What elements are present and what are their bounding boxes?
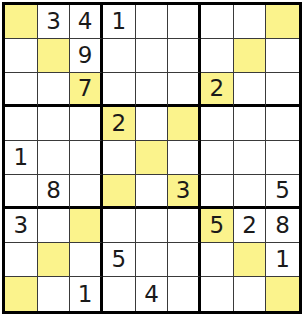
cell-r2c7[interactable] bbox=[201, 39, 234, 73]
cell-r9c7[interactable] bbox=[201, 277, 234, 311]
cell-r2c2[interactable] bbox=[38, 39, 71, 73]
cell-r5c7[interactable] bbox=[201, 141, 234, 175]
cell-r2c1[interactable] bbox=[5, 39, 38, 73]
sudoku-board: 3419722183535285114 bbox=[2, 2, 302, 314]
cell-r3c3-given: 7 bbox=[70, 73, 103, 107]
cell-r6c5[interactable] bbox=[136, 175, 169, 209]
cell-r1c9[interactable] bbox=[266, 5, 299, 39]
cell-r7c2[interactable] bbox=[38, 209, 71, 243]
cell-r6c2-given: 8 bbox=[38, 175, 71, 209]
sudoku-page: 3419722183535285114 bbox=[0, 2, 304, 320]
cell-r5c1-given: 1 bbox=[5, 141, 38, 175]
cell-r2c9[interactable] bbox=[266, 39, 299, 73]
cell-r4c3[interactable] bbox=[70, 107, 103, 141]
cell-r1c4-given: 1 bbox=[103, 5, 136, 39]
cell-r6c6-given: 3 bbox=[168, 175, 201, 209]
cell-r9c3-given: 1 bbox=[70, 277, 103, 311]
cell-r1c7[interactable] bbox=[201, 5, 234, 39]
cell-r4c9[interactable] bbox=[266, 107, 299, 141]
cell-r7c4[interactable] bbox=[103, 209, 136, 243]
cell-r3c5[interactable] bbox=[136, 73, 169, 107]
cell-r3c4[interactable] bbox=[103, 73, 136, 107]
cell-r9c6[interactable] bbox=[168, 277, 201, 311]
cell-r9c9[interactable] bbox=[266, 277, 299, 311]
cell-r6c7[interactable] bbox=[201, 175, 234, 209]
cell-r2c5[interactable] bbox=[136, 39, 169, 73]
cell-r7c1-given: 3 bbox=[5, 209, 38, 243]
cell-r5c2[interactable] bbox=[38, 141, 71, 175]
cell-r5c6[interactable] bbox=[168, 141, 201, 175]
cell-r5c3[interactable] bbox=[70, 141, 103, 175]
cell-r5c4[interactable] bbox=[103, 141, 136, 175]
cell-r1c2-given: 3 bbox=[38, 5, 71, 39]
cell-r3c8[interactable] bbox=[234, 73, 267, 107]
cell-r9c8[interactable] bbox=[234, 277, 267, 311]
cell-r8c5[interactable] bbox=[136, 243, 169, 277]
cell-r1c3-given: 4 bbox=[70, 5, 103, 39]
cell-r4c2[interactable] bbox=[38, 107, 71, 141]
cell-r2c4[interactable] bbox=[103, 39, 136, 73]
cell-r9c5-given: 4 bbox=[136, 277, 169, 311]
cell-r4c5[interactable] bbox=[136, 107, 169, 141]
cell-r9c1[interactable] bbox=[5, 277, 38, 311]
cell-r8c6[interactable] bbox=[168, 243, 201, 277]
cell-r2c8[interactable] bbox=[234, 39, 267, 73]
cell-r3c2[interactable] bbox=[38, 73, 71, 107]
cell-r7c5[interactable] bbox=[136, 209, 169, 243]
cell-r4c7[interactable] bbox=[201, 107, 234, 141]
cell-r8c1[interactable] bbox=[5, 243, 38, 277]
cell-r4c6[interactable] bbox=[168, 107, 201, 141]
cell-r5c5[interactable] bbox=[136, 141, 169, 175]
cell-r8c8[interactable] bbox=[234, 243, 267, 277]
cell-r9c4[interactable] bbox=[103, 277, 136, 311]
cell-r8c3[interactable] bbox=[70, 243, 103, 277]
cell-r7c8-given: 2 bbox=[234, 209, 267, 243]
cell-r9c2[interactable] bbox=[38, 277, 71, 311]
cell-r6c1[interactable] bbox=[5, 175, 38, 209]
cell-r1c6[interactable] bbox=[168, 5, 201, 39]
cell-r1c5[interactable] bbox=[136, 5, 169, 39]
cell-r7c3[interactable] bbox=[70, 209, 103, 243]
cell-r8c7[interactable] bbox=[201, 243, 234, 277]
cell-r2c3-given: 9 bbox=[70, 39, 103, 73]
cell-r1c1[interactable] bbox=[5, 5, 38, 39]
cell-r8c4-given: 5 bbox=[103, 243, 136, 277]
cell-r1c8[interactable] bbox=[234, 5, 267, 39]
cell-r6c3[interactable] bbox=[70, 175, 103, 209]
cell-r6c4[interactable] bbox=[103, 175, 136, 209]
cell-r2c6[interactable] bbox=[168, 39, 201, 73]
cell-r3c6[interactable] bbox=[168, 73, 201, 107]
cell-r8c9-given: 1 bbox=[266, 243, 299, 277]
cell-r6c8[interactable] bbox=[234, 175, 267, 209]
cell-r3c9[interactable] bbox=[266, 73, 299, 107]
cell-r7c7-given: 5 bbox=[201, 209, 234, 243]
cell-r4c1[interactable] bbox=[5, 107, 38, 141]
cell-r4c4-given: 2 bbox=[103, 107, 136, 141]
cell-r6c9-given: 5 bbox=[266, 175, 299, 209]
cell-r8c2[interactable] bbox=[38, 243, 71, 277]
cell-r5c8[interactable] bbox=[234, 141, 267, 175]
cell-r3c1[interactable] bbox=[5, 73, 38, 107]
cell-r3c7-given: 2 bbox=[201, 73, 234, 107]
cell-r5c9[interactable] bbox=[266, 141, 299, 175]
cell-r7c9-given: 8 bbox=[266, 209, 299, 243]
cell-r7c6[interactable] bbox=[168, 209, 201, 243]
cell-r4c8[interactable] bbox=[234, 107, 267, 141]
